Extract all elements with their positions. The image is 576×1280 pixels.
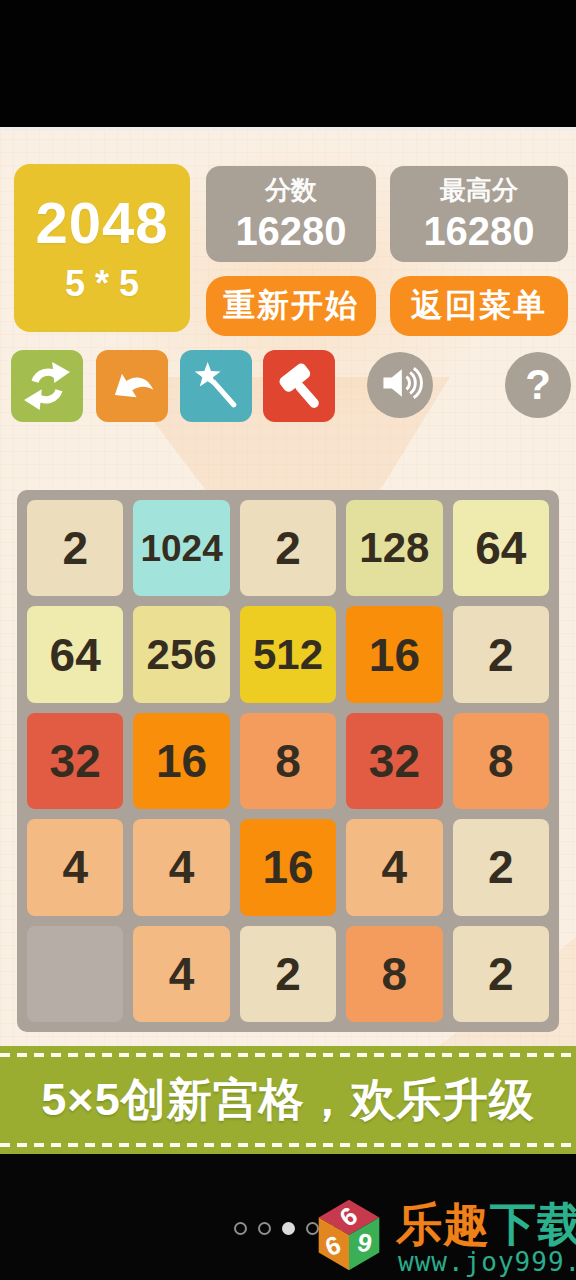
tile-4: 4	[133, 819, 229, 915]
tile-2: 2	[453, 606, 549, 702]
best-score-label: 最高分	[440, 177, 518, 203]
board-grid[interactable]: 2102421286464256512162321683284416424282	[17, 490, 559, 1032]
promo-banner: 5×5创新宫格，欢乐升级	[0, 1046, 576, 1154]
tile-32: 32	[27, 713, 123, 809]
tile-16: 16	[133, 713, 229, 809]
restart-button[interactable]: 重新开始	[206, 276, 376, 336]
tile-2: 2	[240, 500, 336, 596]
tile-2: 2	[27, 500, 123, 596]
sound-button[interactable]	[367, 352, 433, 418]
hammer-icon	[274, 361, 324, 411]
refresh-icon	[22, 361, 72, 411]
watermark-char: 趣	[443, 1198, 490, 1250]
screen: 2048 5 * 5 分数 16280 最高分 16280 重新开始 返回菜单	[0, 0, 576, 1280]
speaker-icon	[377, 360, 423, 410]
undo-icon	[107, 361, 157, 411]
best-score-value: 16280	[423, 211, 534, 251]
top-letterbox	[0, 0, 576, 127]
tile-8: 8	[346, 926, 442, 1022]
tile-8: 8	[240, 713, 336, 809]
watermark-cube-logo: 6 9 6	[304, 1190, 394, 1280]
dot-active	[282, 1222, 295, 1235]
watermark-url: www.joy999.cn	[398, 1247, 576, 1277]
watermark-char: 下	[490, 1198, 537, 1250]
score-value: 16280	[235, 211, 346, 251]
tile-16: 16	[240, 819, 336, 915]
logo-subtitle: 5 * 5	[65, 266, 139, 302]
question-mark-icon: ?	[525, 361, 551, 409]
content-top-strip	[0, 127, 576, 131]
watermark-char: 载	[537, 1198, 576, 1250]
tile-4: 4	[133, 926, 229, 1022]
watermark-char: 乐	[396, 1198, 443, 1250]
tile-16: 16	[346, 606, 442, 702]
tile-512: 512	[240, 606, 336, 702]
tile-32: 32	[346, 713, 442, 809]
empty-cell	[27, 926, 123, 1022]
refresh-button[interactable]	[11, 350, 83, 422]
tile-2: 2	[240, 926, 336, 1022]
tile-256: 256	[133, 606, 229, 702]
score-label: 分数	[265, 177, 317, 203]
dot	[234, 1222, 247, 1235]
tile-128: 128	[346, 500, 442, 596]
tile-8: 8	[453, 713, 549, 809]
tile-2: 2	[453, 926, 549, 1022]
tile-2: 2	[453, 819, 549, 915]
magic-wand-button[interactable]	[180, 350, 252, 422]
return-menu-button[interactable]: 返回菜单	[390, 276, 568, 336]
score-card: 分数 16280	[206, 166, 376, 262]
tile-64: 64	[453, 500, 549, 596]
logo-title: 2048	[35, 194, 168, 252]
banner-text: 5×5创新宫格，欢乐升级	[0, 1046, 576, 1154]
hammer-button[interactable]	[263, 350, 335, 422]
best-score-card: 最高分 16280	[390, 166, 568, 262]
tile-4: 4	[27, 819, 123, 915]
help-button[interactable]: ?	[505, 352, 571, 418]
tile-4: 4	[346, 819, 442, 915]
tile-1024: 1024	[133, 500, 229, 596]
undo-button[interactable]	[96, 350, 168, 422]
game-logo: 2048 5 * 5	[14, 164, 190, 332]
tile-64: 64	[27, 606, 123, 702]
magic-wand-icon	[191, 361, 241, 411]
dot	[258, 1222, 271, 1235]
